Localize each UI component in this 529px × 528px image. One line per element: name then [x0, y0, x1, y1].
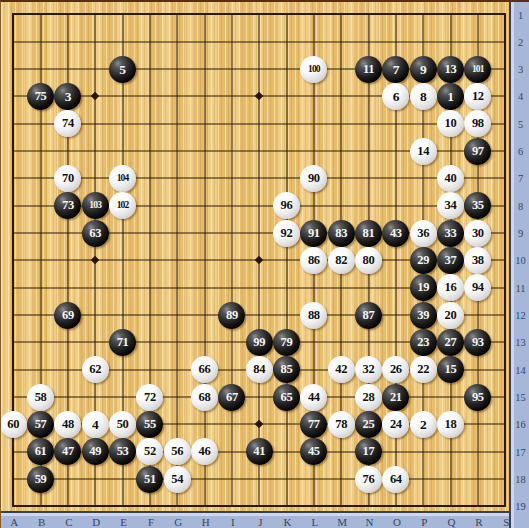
intersection-R18[interactable]: [464, 465, 491, 492]
intersection-A3[interactable]: [0, 55, 27, 82]
intersection-K6[interactable]: [273, 137, 300, 164]
intersection-E18[interactable]: [109, 465, 136, 492]
intersection-O9[interactable]: 43: [382, 219, 409, 246]
intersection-J8[interactable]: [246, 192, 273, 219]
intersection-F5[interactable]: [136, 110, 163, 137]
intersection-R2[interactable]: [464, 28, 491, 55]
intersection-D1[interactable]: [82, 1, 109, 28]
intersection-M16[interactable]: 78: [328, 411, 355, 438]
intersection-H13[interactable]: [191, 329, 218, 356]
intersection-C10[interactable]: [54, 247, 81, 274]
intersection-B14[interactable]: [27, 356, 54, 383]
intersection-Q14[interactable]: 15: [437, 356, 464, 383]
intersection-N15[interactable]: 28: [355, 383, 382, 410]
intersection-H8[interactable]: [191, 192, 218, 219]
intersection-G15[interactable]: [164, 383, 191, 410]
intersection-A10[interactable]: [0, 247, 27, 274]
intersection-L6[interactable]: [300, 137, 327, 164]
intersection-O11[interactable]: [382, 274, 409, 301]
intersection-P3[interactable]: 9: [410, 55, 437, 82]
intersection-J13[interactable]: 99: [246, 329, 273, 356]
intersection-P7[interactable]: [410, 165, 437, 192]
intersection-P9[interactable]: 36: [410, 219, 437, 246]
intersection-D9[interactable]: 63: [82, 219, 109, 246]
intersection-A16[interactable]: 60: [0, 411, 27, 438]
intersection-Q11[interactable]: 16: [437, 274, 464, 301]
intersection-K14[interactable]: 85: [273, 356, 300, 383]
intersection-P17[interactable]: [410, 438, 437, 465]
intersection-O5[interactable]: [382, 110, 409, 137]
intersection-J4[interactable]: [246, 83, 273, 110]
intersection-B11[interactable]: [27, 274, 54, 301]
intersection-Q1[interactable]: [437, 1, 464, 28]
intersection-A18[interactable]: [0, 465, 27, 492]
intersection-J7[interactable]: [246, 165, 273, 192]
intersection-Q3[interactable]: 13: [437, 55, 464, 82]
intersection-H10[interactable]: [191, 247, 218, 274]
intersection-J14[interactable]: 84: [246, 356, 273, 383]
intersection-H14[interactable]: 66: [191, 356, 218, 383]
intersection-J6[interactable]: [246, 137, 273, 164]
intersection-E15[interactable]: [109, 383, 136, 410]
intersection-F7[interactable]: [136, 165, 163, 192]
intersection-I3[interactable]: [218, 55, 245, 82]
intersection-A4[interactable]: [0, 83, 27, 110]
intersection-G12[interactable]: [164, 301, 191, 328]
intersection-B6[interactable]: [27, 137, 54, 164]
intersection-E6[interactable]: [109, 137, 136, 164]
intersection-B10[interactable]: [27, 247, 54, 274]
intersection-Q12[interactable]: 20: [437, 301, 464, 328]
intersection-R14[interactable]: [464, 356, 491, 383]
intersection-P12[interactable]: 39: [410, 301, 437, 328]
intersection-A6[interactable]: [0, 137, 27, 164]
intersection-L9[interactable]: 91: [300, 219, 327, 246]
intersection-L10[interactable]: 86: [300, 247, 327, 274]
intersection-D2[interactable]: [82, 28, 109, 55]
intersection-Q13[interactable]: 27: [437, 329, 464, 356]
intersection-Q8[interactable]: 34: [437, 192, 464, 219]
intersection-R3[interactable]: 101: [464, 55, 491, 82]
intersection-I6[interactable]: [218, 137, 245, 164]
intersection-B9[interactable]: [27, 219, 54, 246]
intersection-H11[interactable]: [191, 274, 218, 301]
intersection-D12[interactable]: [82, 301, 109, 328]
intersection-Q17[interactable]: [437, 438, 464, 465]
intersection-P14[interactable]: 22: [410, 356, 437, 383]
intersection-M15[interactable]: [328, 383, 355, 410]
go-board[interactable]: 5100117913101753681127410981497701049040…: [0, 1, 519, 520]
intersection-B13[interactable]: [27, 329, 54, 356]
intersection-N17[interactable]: 17: [355, 438, 382, 465]
intersection-Q6[interactable]: [437, 137, 464, 164]
intersection-G8[interactable]: [164, 192, 191, 219]
intersection-Q7[interactable]: 40: [437, 165, 464, 192]
intersection-G17[interactable]: 56: [164, 438, 191, 465]
intersection-H17[interactable]: 46: [191, 438, 218, 465]
intersection-L2[interactable]: [300, 28, 327, 55]
intersection-D17[interactable]: 49: [82, 438, 109, 465]
intersection-N18[interactable]: 76: [355, 465, 382, 492]
intersection-L18[interactable]: [300, 465, 327, 492]
intersection-G10[interactable]: [164, 247, 191, 274]
intersection-E5[interactable]: [109, 110, 136, 137]
intersection-D5[interactable]: [82, 110, 109, 137]
intersection-F15[interactable]: 72: [136, 383, 163, 410]
intersection-O18[interactable]: 64: [382, 465, 409, 492]
intersection-H12[interactable]: [191, 301, 218, 328]
intersection-J16[interactable]: [246, 411, 273, 438]
intersection-G5[interactable]: [164, 110, 191, 137]
intersection-K12[interactable]: [273, 301, 300, 328]
intersection-J3[interactable]: [246, 55, 273, 82]
intersection-N10[interactable]: 80: [355, 247, 382, 274]
intersection-A7[interactable]: [0, 165, 27, 192]
intersection-C7[interactable]: 70: [54, 165, 81, 192]
intersection-J5[interactable]: [246, 110, 273, 137]
intersection-P13[interactable]: 23: [410, 329, 437, 356]
intersection-M13[interactable]: [328, 329, 355, 356]
intersection-M1[interactable]: [328, 1, 355, 28]
intersection-O14[interactable]: 26: [382, 356, 409, 383]
intersection-R9[interactable]: 30: [464, 219, 491, 246]
intersection-J17[interactable]: 41: [246, 438, 273, 465]
intersection-M18[interactable]: [328, 465, 355, 492]
intersection-B7[interactable]: [27, 165, 54, 192]
intersection-M14[interactable]: 42: [328, 356, 355, 383]
intersection-M10[interactable]: 82: [328, 247, 355, 274]
intersection-B2[interactable]: [27, 28, 54, 55]
intersection-R11[interactable]: 94: [464, 274, 491, 301]
intersection-P1[interactable]: [410, 1, 437, 28]
intersection-H7[interactable]: [191, 165, 218, 192]
intersection-B17[interactable]: 61: [27, 438, 54, 465]
intersection-R17[interactable]: [464, 438, 491, 465]
intersection-K1[interactable]: [273, 1, 300, 28]
intersection-J9[interactable]: [246, 219, 273, 246]
intersection-O10[interactable]: [382, 247, 409, 274]
intersection-Q5[interactable]: 10: [437, 110, 464, 137]
intersection-O8[interactable]: [382, 192, 409, 219]
intersection-C3[interactable]: [54, 55, 81, 82]
intersection-I17[interactable]: [218, 438, 245, 465]
intersection-H16[interactable]: [191, 411, 218, 438]
intersection-P11[interactable]: 19: [410, 274, 437, 301]
intersection-P16[interactable]: 2: [410, 411, 437, 438]
intersection-R1[interactable]: [464, 1, 491, 28]
intersection-O3[interactable]: 7: [382, 55, 409, 82]
intersection-N7[interactable]: [355, 165, 382, 192]
intersection-A2[interactable]: [0, 28, 27, 55]
intersection-F9[interactable]: [136, 219, 163, 246]
intersection-H18[interactable]: [191, 465, 218, 492]
intersection-L1[interactable]: [300, 1, 327, 28]
intersection-H3[interactable]: [191, 55, 218, 82]
intersection-M4[interactable]: [328, 83, 355, 110]
intersection-O2[interactable]: [382, 28, 409, 55]
intersection-N8[interactable]: [355, 192, 382, 219]
intersection-R6[interactable]: 97: [464, 137, 491, 164]
intersection-R15[interactable]: 95: [464, 383, 491, 410]
intersection-N1[interactable]: [355, 1, 382, 28]
intersection-H2[interactable]: [191, 28, 218, 55]
intersection-O1[interactable]: [382, 1, 409, 28]
intersection-M6[interactable]: [328, 137, 355, 164]
intersection-B4[interactable]: 75: [27, 83, 54, 110]
intersection-D13[interactable]: [82, 329, 109, 356]
intersection-G13[interactable]: [164, 329, 191, 356]
intersection-E12[interactable]: [109, 301, 136, 328]
intersection-C17[interactable]: 47: [54, 438, 81, 465]
intersection-B5[interactable]: [27, 110, 54, 137]
intersection-R12[interactable]: [464, 301, 491, 328]
intersection-J12[interactable]: [246, 301, 273, 328]
intersection-I1[interactable]: [218, 1, 245, 28]
intersection-L5[interactable]: [300, 110, 327, 137]
intersection-G14[interactable]: [164, 356, 191, 383]
intersection-I9[interactable]: [218, 219, 245, 246]
intersection-I4[interactable]: [218, 83, 245, 110]
intersection-O15[interactable]: 21: [382, 383, 409, 410]
intersection-M11[interactable]: [328, 274, 355, 301]
intersection-E4[interactable]: [109, 83, 136, 110]
intersection-C11[interactable]: [54, 274, 81, 301]
intersection-K2[interactable]: [273, 28, 300, 55]
intersection-M2[interactable]: [328, 28, 355, 55]
intersection-E17[interactable]: 53: [109, 438, 136, 465]
intersection-N16[interactable]: 25: [355, 411, 382, 438]
intersection-L4[interactable]: [300, 83, 327, 110]
intersection-I13[interactable]: [218, 329, 245, 356]
intersection-F11[interactable]: [136, 274, 163, 301]
intersection-I10[interactable]: [218, 247, 245, 274]
intersection-G11[interactable]: [164, 274, 191, 301]
intersection-H9[interactable]: [191, 219, 218, 246]
intersection-D18[interactable]: [82, 465, 109, 492]
intersection-A1[interactable]: [0, 1, 27, 28]
intersection-O17[interactable]: [382, 438, 409, 465]
intersection-H1[interactable]: [191, 1, 218, 28]
intersection-O4[interactable]: 6: [382, 83, 409, 110]
intersection-Q4[interactable]: 1: [437, 83, 464, 110]
intersection-N12[interactable]: 87: [355, 301, 382, 328]
intersection-C9[interactable]: [54, 219, 81, 246]
intersection-M3[interactable]: [328, 55, 355, 82]
intersection-B18[interactable]: 59: [27, 465, 54, 492]
intersection-I12[interactable]: 89: [218, 301, 245, 328]
intersection-C4[interactable]: 3: [54, 83, 81, 110]
intersection-I2[interactable]: [218, 28, 245, 55]
intersection-F14[interactable]: [136, 356, 163, 383]
intersection-M9[interactable]: 83: [328, 219, 355, 246]
intersection-A5[interactable]: [0, 110, 27, 137]
intersection-E13[interactable]: 71: [109, 329, 136, 356]
intersection-K9[interactable]: 92: [273, 219, 300, 246]
intersection-N5[interactable]: [355, 110, 382, 137]
intersection-N14[interactable]: 32: [355, 356, 382, 383]
intersection-C5[interactable]: 74: [54, 110, 81, 137]
intersection-B15[interactable]: 58: [27, 383, 54, 410]
intersection-L15[interactable]: 44: [300, 383, 327, 410]
intersection-L12[interactable]: 88: [300, 301, 327, 328]
intersection-R7[interactable]: [464, 165, 491, 192]
intersection-N2[interactable]: [355, 28, 382, 55]
intersection-N3[interactable]: 11: [355, 55, 382, 82]
intersection-H5[interactable]: [191, 110, 218, 137]
intersection-K13[interactable]: 79: [273, 329, 300, 356]
intersection-G2[interactable]: [164, 28, 191, 55]
intersection-A8[interactable]: [0, 192, 27, 219]
intersection-P8[interactable]: [410, 192, 437, 219]
intersection-D4[interactable]: [82, 83, 109, 110]
intersection-E8[interactable]: 102: [109, 192, 136, 219]
intersection-P15[interactable]: [410, 383, 437, 410]
intersection-J11[interactable]: [246, 274, 273, 301]
intersection-F2[interactable]: [136, 28, 163, 55]
intersection-C1[interactable]: [54, 1, 81, 28]
intersection-I7[interactable]: [218, 165, 245, 192]
intersection-G18[interactable]: 54: [164, 465, 191, 492]
intersection-E7[interactable]: 104: [109, 165, 136, 192]
intersection-E9[interactable]: [109, 219, 136, 246]
intersection-A17[interactable]: [0, 438, 27, 465]
intersection-K5[interactable]: [273, 110, 300, 137]
intersection-J10[interactable]: [246, 247, 273, 274]
intersection-A11[interactable]: [0, 274, 27, 301]
intersection-B16[interactable]: 57: [27, 411, 54, 438]
intersection-E16[interactable]: 50: [109, 411, 136, 438]
intersection-R16[interactable]: [464, 411, 491, 438]
intersection-B12[interactable]: [27, 301, 54, 328]
intersection-A12[interactable]: [0, 301, 27, 328]
intersection-A13[interactable]: [0, 329, 27, 356]
intersection-D10[interactable]: [82, 247, 109, 274]
intersection-L8[interactable]: [300, 192, 327, 219]
intersection-L13[interactable]: [300, 329, 327, 356]
intersection-R4[interactable]: 12: [464, 83, 491, 110]
intersection-R13[interactable]: 93: [464, 329, 491, 356]
intersection-K18[interactable]: [273, 465, 300, 492]
intersection-C14[interactable]: [54, 356, 81, 383]
intersection-M17[interactable]: [328, 438, 355, 465]
intersection-E14[interactable]: [109, 356, 136, 383]
intersection-K10[interactable]: [273, 247, 300, 274]
intersection-G16[interactable]: [164, 411, 191, 438]
intersection-L17[interactable]: 45: [300, 438, 327, 465]
intersection-H15[interactable]: 68: [191, 383, 218, 410]
intersection-C6[interactable]: [54, 137, 81, 164]
intersection-K8[interactable]: 96: [273, 192, 300, 219]
intersection-D3[interactable]: [82, 55, 109, 82]
intersection-P10[interactable]: 29: [410, 247, 437, 274]
intersection-E2[interactable]: [109, 28, 136, 55]
intersection-L16[interactable]: 77: [300, 411, 327, 438]
intersection-K16[interactable]: [273, 411, 300, 438]
intersection-C12[interactable]: 69: [54, 301, 81, 328]
intersection-P18[interactable]: [410, 465, 437, 492]
intersection-N9[interactable]: 81: [355, 219, 382, 246]
intersection-F17[interactable]: 52: [136, 438, 163, 465]
intersection-P6[interactable]: 14: [410, 137, 437, 164]
intersection-F4[interactable]: [136, 83, 163, 110]
intersection-G1[interactable]: [164, 1, 191, 28]
intersection-Q9[interactable]: 33: [437, 219, 464, 246]
intersection-Q15[interactable]: [437, 383, 464, 410]
intersection-F1[interactable]: [136, 1, 163, 28]
intersection-E3[interactable]: 5: [109, 55, 136, 82]
intersection-N11[interactable]: [355, 274, 382, 301]
intersection-K11[interactable]: [273, 274, 300, 301]
intersection-Q18[interactable]: [437, 465, 464, 492]
intersection-Q16[interactable]: 18: [437, 411, 464, 438]
intersection-J2[interactable]: [246, 28, 273, 55]
intersection-O6[interactable]: [382, 137, 409, 164]
intersection-A14[interactable]: [0, 356, 27, 383]
intersection-J15[interactable]: [246, 383, 273, 410]
intersection-D7[interactable]: [82, 165, 109, 192]
intersection-D11[interactable]: [82, 274, 109, 301]
intersection-L11[interactable]: [300, 274, 327, 301]
intersection-B3[interactable]: [27, 55, 54, 82]
intersection-M5[interactable]: [328, 110, 355, 137]
intersection-E11[interactable]: [109, 274, 136, 301]
intersection-H4[interactable]: [191, 83, 218, 110]
intersection-C15[interactable]: [54, 383, 81, 410]
intersection-L3[interactable]: 100: [300, 55, 327, 82]
intersection-D6[interactable]: [82, 137, 109, 164]
intersection-E10[interactable]: [109, 247, 136, 274]
intersection-K17[interactable]: [273, 438, 300, 465]
intersection-Q10[interactable]: 37: [437, 247, 464, 274]
intersection-R8[interactable]: 35: [464, 192, 491, 219]
intersection-K4[interactable]: [273, 83, 300, 110]
intersection-O12[interactable]: [382, 301, 409, 328]
intersection-E1[interactable]: [109, 1, 136, 28]
intersection-N4[interactable]: [355, 83, 382, 110]
intersection-R10[interactable]: 38: [464, 247, 491, 274]
intersection-C13[interactable]: [54, 329, 81, 356]
intersection-F6[interactable]: [136, 137, 163, 164]
intersection-H6[interactable]: [191, 137, 218, 164]
intersection-F16[interactable]: 55: [136, 411, 163, 438]
intersection-K15[interactable]: 65: [273, 383, 300, 410]
intersection-J18[interactable]: [246, 465, 273, 492]
intersection-F13[interactable]: [136, 329, 163, 356]
intersection-M7[interactable]: [328, 165, 355, 192]
intersection-G3[interactable]: [164, 55, 191, 82]
intersection-I16[interactable]: [218, 411, 245, 438]
intersection-F12[interactable]: [136, 301, 163, 328]
intersection-M12[interactable]: [328, 301, 355, 328]
intersection-P4[interactable]: 8: [410, 83, 437, 110]
intersection-C16[interactable]: 48: [54, 411, 81, 438]
intersection-I14[interactable]: [218, 356, 245, 383]
intersection-C18[interactable]: [54, 465, 81, 492]
intersection-A9[interactable]: [0, 219, 27, 246]
intersection-M8[interactable]: [328, 192, 355, 219]
intersection-D8[interactable]: 103: [82, 192, 109, 219]
intersection-B1[interactable]: [27, 1, 54, 28]
intersection-I18[interactable]: [218, 465, 245, 492]
intersection-I5[interactable]: [218, 110, 245, 137]
intersection-I15[interactable]: 67: [218, 383, 245, 410]
intersection-C2[interactable]: [54, 28, 81, 55]
intersection-O13[interactable]: [382, 329, 409, 356]
intersection-N13[interactable]: [355, 329, 382, 356]
intersection-B8[interactable]: [27, 192, 54, 219]
intersection-D16[interactable]: 4: [82, 411, 109, 438]
intersection-G4[interactable]: [164, 83, 191, 110]
